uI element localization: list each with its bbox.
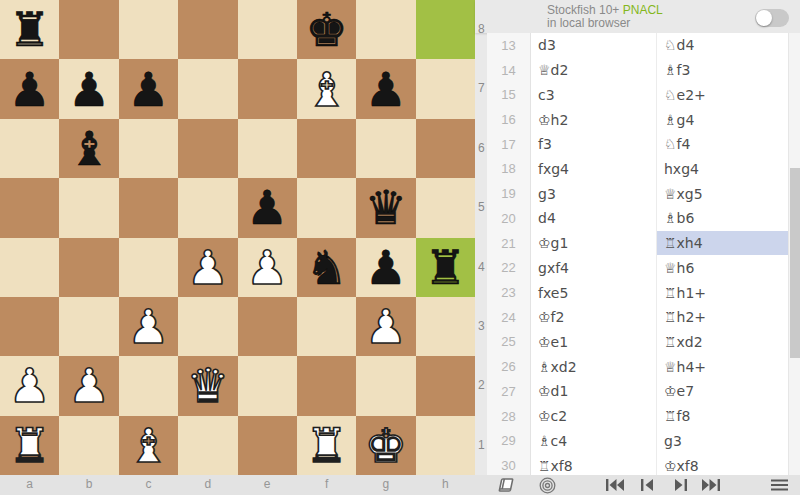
piece-white-pawn[interactable]: ♟ (9, 356, 51, 415)
square-f5[interactable] (297, 178, 356, 237)
square-f4[interactable]: ♞ (297, 238, 356, 297)
engine-toggle-knob (756, 10, 772, 26)
move-list-scrollbar[interactable] (788, 33, 800, 478)
square-b6[interactable]: ♝ (59, 119, 118, 178)
move-number: 24 (487, 305, 531, 330)
square-c4[interactable] (119, 238, 178, 297)
move-black-19[interactable]: ♕xg5 (657, 181, 788, 206)
square-a1[interactable]: ♜ (0, 416, 59, 475)
move-white-14[interactable]: ♕d2 (531, 58, 657, 83)
move-row-24: 24♔f2♖h2+ (487, 305, 800, 330)
square-b4[interactable] (59, 238, 118, 297)
square-e2[interactable] (238, 356, 297, 415)
move-number: 26 (487, 354, 531, 379)
engine-title: Stockfish 10+ PNACL in local browser (547, 4, 663, 30)
file-label-d: d (178, 477, 237, 491)
square-d3[interactable] (178, 297, 237, 356)
square-g3[interactable]: ♟ (356, 297, 415, 356)
move-black-16[interactable]: ♗g4 (657, 107, 788, 132)
piece-black-rook[interactable]: ♜ (9, 0, 51, 59)
square-d8[interactable] (178, 0, 237, 59)
square-d4[interactable]: ♟ (178, 238, 237, 297)
square-h2[interactable] (416, 356, 475, 415)
square-f3[interactable] (297, 297, 356, 356)
square-h7[interactable] (416, 59, 475, 118)
move-row-26: 26♗xd2♕h4+ (487, 354, 800, 379)
engine-header: Stockfish 10+ PNACL in local browser (475, 0, 800, 33)
square-d2[interactable]: ♛ (178, 356, 237, 415)
move-number: 28 (487, 404, 531, 429)
square-c5[interactable] (119, 178, 178, 237)
target-icon[interactable] (538, 477, 556, 493)
piece-black-knight[interactable]: ♞ (305, 238, 347, 297)
move-white-15[interactable]: c3 (531, 82, 657, 107)
piece-white-bishop[interactable]: ♝ (127, 416, 169, 475)
piece-white-pawn[interactable]: ♟ (187, 238, 229, 297)
engine-subtitle: in local browser (547, 17, 663, 30)
move-black-26[interactable]: ♕h4+ (657, 354, 788, 379)
square-h5[interactable] (416, 178, 475, 237)
move-number: 27 (487, 379, 531, 404)
move-row-22: 22gxf4♕h6 (487, 255, 800, 280)
square-c8[interactable] (119, 0, 178, 59)
square-b3[interactable] (59, 297, 118, 356)
square-e5[interactable]: ♟ (238, 178, 297, 237)
move-row-13: 13d3♘d4 (487, 33, 800, 58)
move-black-27[interactable]: ♔e7 (657, 379, 788, 404)
square-c3[interactable]: ♟ (119, 297, 178, 356)
square-b8[interactable] (59, 0, 118, 59)
piece-white-pawn[interactable]: ♟ (365, 297, 407, 356)
move-number: 17 (487, 132, 531, 157)
piece-black-pawn[interactable]: ♟ (68, 60, 110, 119)
move-row-16: 16♔h2♗g4 (487, 107, 800, 132)
square-g8[interactable] (356, 0, 415, 59)
square-h6[interactable] (416, 119, 475, 178)
move-black-18[interactable]: hxg4 (657, 157, 788, 182)
move-number: 13 (487, 33, 531, 58)
move-black-20[interactable]: ♗b6 (657, 206, 788, 231)
move-row-21: 21♔g1♖xh4 (487, 231, 800, 256)
square-f2[interactable] (297, 356, 356, 415)
piece-black-pawn[interactable]: ♟ (365, 60, 407, 119)
file-label-e: e (238, 477, 297, 491)
square-f6[interactable] (297, 119, 356, 178)
engine-toggle[interactable] (755, 9, 789, 27)
piece-white-pawn[interactable]: ♟ (246, 238, 288, 297)
move-white-27[interactable]: ♔d1 (531, 379, 657, 404)
move-black-15[interactable]: ♘e2+ (657, 82, 788, 107)
move-white-18[interactable]: fxg4 (531, 157, 657, 182)
move-row-27: 27♔d1♔e7 (487, 379, 800, 404)
move-white-22[interactable]: gxf4 (531, 255, 657, 280)
square-a8[interactable]: ♜ (0, 0, 59, 59)
square-g6[interactable] (356, 119, 415, 178)
engine-panel: 87654321 Stockfish 10+ PNACL in local br… (475, 0, 800, 475)
move-black-23[interactable]: ♖h1+ (657, 280, 788, 305)
piece-white-queen[interactable]: ♛ (187, 356, 229, 415)
move-white-24[interactable]: ♔f2 (531, 305, 657, 330)
move-list-card: 13d3♘d414♕d2♗f315c3♘e2+16♔h2♗g417f3♘f418… (487, 33, 800, 478)
square-e6[interactable] (238, 119, 297, 178)
move-number: 18 (487, 157, 531, 182)
move-number: 23 (487, 280, 531, 305)
move-white-29[interactable]: ♗c4 (531, 429, 657, 454)
move-white-23[interactable]: fxe5 (531, 280, 657, 305)
square-e7[interactable] (238, 59, 297, 118)
square-b2[interactable]: ♟ (59, 356, 118, 415)
move-row-23: 23fxe5♖h1+ (487, 280, 800, 305)
go-prev-icon[interactable] (638, 477, 656, 493)
square-g4[interactable]: ♟ (356, 238, 415, 297)
move-black-28[interactable]: ♖f8 (657, 404, 788, 429)
go-last-icon[interactable] (702, 477, 720, 493)
move-white-25[interactable]: ♔e1 (531, 330, 657, 355)
piece-white-bishop[interactable]: ♝ (305, 60, 347, 119)
analysis-app: ♜♚♟♟♟♝♟♝♟♛♟♟♞♟♜♟♟♟♟♛♜♝♜♚ 87654321 Stockf… (0, 0, 800, 495)
square-c1[interactable]: ♝ (119, 416, 178, 475)
move-white-26[interactable]: ♗xd2 (531, 354, 657, 379)
piece-black-pawn[interactable]: ♟ (365, 238, 407, 297)
square-e4[interactable]: ♟ (238, 238, 297, 297)
move-row-20: 20d4♗b6 (487, 206, 800, 231)
square-g5[interactable]: ♛ (356, 178, 415, 237)
square-a7[interactable]: ♟ (0, 59, 59, 118)
square-h8[interactable] (416, 0, 475, 59)
square-b7[interactable]: ♟ (59, 59, 118, 118)
square-c7[interactable]: ♟ (119, 59, 178, 118)
bottom-bar: abcdefgh (0, 475, 800, 495)
move-white-16[interactable]: ♔h2 (531, 107, 657, 132)
move-white-13[interactable]: d3 (531, 33, 657, 58)
move-black-22[interactable]: ♕h6 (657, 255, 788, 280)
piece-white-pawn[interactable]: ♟ (68, 356, 110, 415)
move-row-25: 25♔e1♖xd2 (487, 330, 800, 355)
square-f8[interactable]: ♚ (297, 0, 356, 59)
move-row-19: 19g3♕xg5 (487, 181, 800, 206)
square-g7[interactable]: ♟ (356, 59, 415, 118)
move-number: 29 (487, 429, 531, 454)
file-label-c: c (119, 477, 178, 491)
square-a6[interactable] (0, 119, 59, 178)
move-black-25[interactable]: ♖xd2 (657, 330, 788, 355)
piece-white-rook[interactable]: ♜ (9, 416, 51, 475)
move-number: 21 (487, 231, 531, 256)
move-white-17[interactable]: f3 (531, 132, 657, 157)
file-label-h: h (416, 477, 475, 491)
square-e8[interactable] (238, 0, 297, 59)
move-black-13[interactable]: ♘d4 (657, 33, 788, 58)
piece-black-rook[interactable]: ♜ (424, 238, 466, 297)
file-label-a: a (0, 477, 59, 491)
move-number: 19 (487, 181, 531, 206)
square-h4[interactable]: ♜ (416, 238, 475, 297)
piece-black-king[interactable]: ♚ (305, 0, 347, 59)
move-row-18: 18fxg4hxg4 (487, 157, 800, 182)
move-number: 16 (487, 107, 531, 132)
square-d7[interactable] (178, 59, 237, 118)
move-black-14[interactable]: ♗f3 (657, 58, 788, 83)
file-label-g: g (356, 477, 415, 491)
go-next-icon[interactable] (671, 477, 689, 493)
square-c6[interactable] (119, 119, 178, 178)
square-a3[interactable] (0, 297, 59, 356)
move-black-29[interactable]: g3 (657, 429, 788, 454)
piece-black-pawn[interactable]: ♟ (9, 60, 51, 119)
square-d6[interactable] (178, 119, 237, 178)
square-d1[interactable] (178, 416, 237, 475)
square-g2[interactable] (356, 356, 415, 415)
piece-black-pawn[interactable]: ♟ (127, 60, 169, 119)
file-label-b: b (59, 477, 118, 491)
menu-icon[interactable] (770, 477, 788, 493)
square-f1[interactable]: ♜ (297, 416, 356, 475)
move-black-17[interactable]: ♘f4 (657, 132, 788, 157)
move-white-20[interactable]: d4 (531, 206, 657, 231)
square-a5[interactable] (0, 178, 59, 237)
scrollbar-thumb[interactable] (790, 168, 800, 358)
file-label-f: f (297, 477, 356, 491)
piece-black-bishop[interactable]: ♝ (68, 119, 110, 178)
move-white-21[interactable]: ♔g1 (531, 231, 657, 256)
board[interactable]: ♜♚♟♟♟♝♟♝♟♛♟♟♞♟♜♟♟♟♟♛♜♝♜♚ (0, 0, 475, 475)
square-c2[interactable] (119, 356, 178, 415)
piece-white-pawn[interactable]: ♟ (127, 297, 169, 356)
move-number: 14 (487, 58, 531, 83)
square-h1[interactable] (416, 416, 475, 475)
engine-name: Stockfish 10+ (547, 3, 619, 17)
move-number: 25 (487, 330, 531, 355)
move-white-28[interactable]: ♔c2 (531, 404, 657, 429)
move-number: 22 (487, 255, 531, 280)
square-f7[interactable]: ♝ (297, 59, 356, 118)
move-black-24[interactable]: ♖h2+ (657, 305, 788, 330)
square-e1[interactable] (238, 416, 297, 475)
move-black-21[interactable]: ♖xh4 (657, 231, 788, 256)
move-row-14: 14♕d2♗f3 (487, 58, 800, 83)
piece-white-king[interactable]: ♚ (365, 416, 407, 475)
piece-black-pawn[interactable]: ♟ (246, 178, 288, 237)
square-b1[interactable] (59, 416, 118, 475)
square-h3[interactable] (416, 297, 475, 356)
square-g1[interactable]: ♚ (356, 416, 415, 475)
move-row-17: 17f3♘f4 (487, 132, 800, 157)
move-number: 20 (487, 206, 531, 231)
square-e3[interactable] (238, 297, 297, 356)
square-a4[interactable] (0, 238, 59, 297)
square-a2[interactable]: ♟ (0, 356, 59, 415)
book-icon[interactable] (497, 477, 515, 493)
move-row-15: 15c3♘e2+ (487, 82, 800, 107)
piece-white-rook[interactable]: ♜ (305, 416, 347, 475)
move-number: 15 (487, 82, 531, 107)
square-d5[interactable] (178, 178, 237, 237)
engine-runtime-badge: PNACL (623, 3, 663, 17)
go-first-icon[interactable] (606, 477, 624, 493)
move-row-28: 28♔c2♖f8 (487, 404, 800, 429)
move-list: 13d3♘d414♕d2♗f315c3♘e2+16♔h2♗g417f3♘f418… (487, 33, 800, 478)
move-row-29: 29♗c4g3 (487, 429, 800, 454)
move-white-19[interactable]: g3 (531, 181, 657, 206)
square-b5[interactable] (59, 178, 118, 237)
piece-black-queen[interactable]: ♛ (365, 178, 407, 237)
